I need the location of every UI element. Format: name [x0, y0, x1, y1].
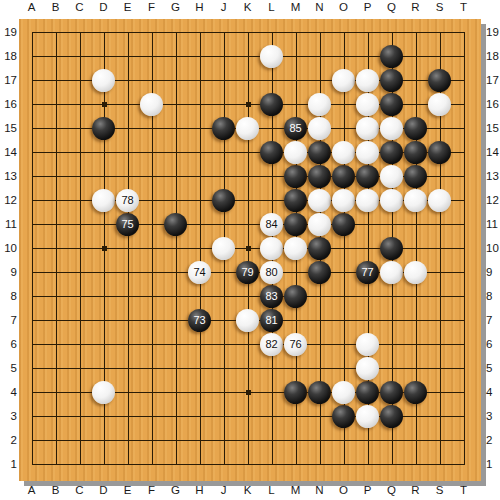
stone-black-Q17	[380, 69, 403, 92]
coord-label-left-10: 10	[1, 242, 17, 255]
coord-label-top-Q: Q	[382, 1, 402, 14]
stone-black-P13	[356, 165, 379, 188]
stone-black-M12	[284, 189, 307, 212]
stone-white-Q15	[380, 117, 403, 140]
coord-label-left-8: 8	[1, 290, 17, 303]
coord-label-bottom-P: P	[358, 484, 378, 497]
stone-black-R14	[404, 141, 427, 164]
stone-black-M15-move-85: 85	[284, 117, 307, 140]
stone-white-D12	[92, 189, 115, 212]
coord-label-right-10: 10	[486, 242, 500, 255]
coord-label-bottom-M: M	[286, 484, 306, 497]
stone-white-D4	[92, 381, 115, 404]
coord-label-top-R: R	[406, 1, 426, 14]
coord-label-right-14: 14	[486, 146, 500, 159]
coord-label-top-H: H	[190, 1, 210, 14]
coord-label-bottom-D: D	[94, 484, 114, 497]
coord-label-right-9: 9	[486, 266, 500, 279]
stone-black-Q14	[380, 141, 403, 164]
stone-black-L7-move-81: 81	[260, 309, 283, 332]
go-board[interactable]	[19, 19, 481, 481]
stone-white-K15	[236, 117, 259, 140]
coord-label-bottom-H: H	[190, 484, 210, 497]
stone-white-L9-move-80: 80	[260, 261, 283, 284]
coord-label-top-P: P	[358, 1, 378, 14]
coord-label-top-O: O	[334, 1, 354, 14]
coord-label-left-5: 5	[1, 362, 17, 375]
hoshi-K16	[246, 102, 251, 107]
coord-label-left-11: 11	[1, 218, 17, 231]
stone-black-S14	[428, 141, 451, 164]
stone-white-N15	[308, 117, 331, 140]
stone-black-M13	[284, 165, 307, 188]
stone-black-N10	[308, 237, 331, 260]
stone-black-O13	[332, 165, 355, 188]
coord-label-top-A: A	[22, 1, 42, 14]
stone-black-E11-move-75: 75	[116, 213, 139, 236]
stone-black-P9-move-77: 77	[356, 261, 379, 284]
coord-label-top-E: E	[118, 1, 138, 14]
stone-black-K9-move-79: 79	[236, 261, 259, 284]
stone-white-S16	[428, 93, 451, 116]
stone-black-N13	[308, 165, 331, 188]
go-game-screenshot: ABCDEFGHJKLMNOPQRST ABCDEFGHJKLMNOPQRST …	[0, 0, 500, 500]
coord-label-bottom-S: S	[430, 484, 450, 497]
coord-label-left-17: 17	[1, 74, 17, 87]
coord-label-right-12: 12	[486, 194, 500, 207]
coord-label-right-2: 2	[486, 434, 500, 447]
hoshi-K4	[246, 390, 251, 395]
stone-black-D15	[92, 117, 115, 140]
stone-black-N9	[308, 261, 331, 284]
stone-white-E12-move-78: 78	[116, 189, 139, 212]
coord-label-bottom-R: R	[406, 484, 426, 497]
coord-label-right-1: 1	[486, 458, 500, 471]
coord-label-left-3: 3	[1, 410, 17, 423]
coord-label-bottom-J: J	[214, 484, 234, 497]
stone-black-G11	[164, 213, 187, 236]
stone-white-P12	[356, 189, 379, 212]
coord-label-right-16: 16	[486, 98, 500, 111]
stone-white-P17	[356, 69, 379, 92]
coord-label-bottom-B: B	[46, 484, 66, 497]
stone-white-S12	[428, 189, 451, 212]
coord-label-left-9: 9	[1, 266, 17, 279]
stone-white-K7	[236, 309, 259, 332]
stone-white-P14	[356, 141, 379, 164]
coord-label-right-3: 3	[486, 410, 500, 423]
stone-white-P16	[356, 93, 379, 116]
coord-label-top-K: K	[238, 1, 258, 14]
stone-black-Q16	[380, 93, 403, 116]
coord-label-left-16: 16	[1, 98, 17, 111]
stone-white-Q9	[380, 261, 403, 284]
stone-white-Q13	[380, 165, 403, 188]
coord-label-left-6: 6	[1, 338, 17, 351]
coord-label-bottom-F: F	[142, 484, 162, 497]
coord-label-top-G: G	[166, 1, 186, 14]
coord-label-left-7: 7	[1, 314, 17, 327]
coord-label-right-6: 6	[486, 338, 500, 351]
stone-white-M6-move-76: 76	[284, 333, 307, 356]
stone-black-Q4	[380, 381, 403, 404]
hoshi-K10	[246, 246, 251, 251]
stone-white-F16	[140, 93, 163, 116]
coord-label-top-C: C	[70, 1, 90, 14]
stone-black-O11	[332, 213, 355, 236]
stone-black-O3	[332, 405, 355, 428]
coord-label-bottom-L: L	[262, 484, 282, 497]
stone-white-Q12	[380, 189, 403, 212]
stone-white-H9-move-74: 74	[188, 261, 211, 284]
coord-label-bottom-C: C	[70, 484, 90, 497]
stone-white-D17	[92, 69, 115, 92]
stone-white-R9	[404, 261, 427, 284]
coord-label-left-14: 14	[1, 146, 17, 159]
coord-label-bottom-Q: Q	[382, 484, 402, 497]
stone-black-N4	[308, 381, 331, 404]
coord-label-left-13: 13	[1, 170, 17, 183]
coord-label-left-4: 4	[1, 386, 17, 399]
coord-label-right-5: 5	[486, 362, 500, 375]
stone-black-Q3	[380, 405, 403, 428]
stone-black-M11	[284, 213, 307, 236]
hoshi-D10	[102, 246, 107, 251]
stone-white-P5	[356, 357, 379, 380]
stone-black-P4	[356, 381, 379, 404]
stone-white-O14	[332, 141, 355, 164]
coord-label-left-18: 18	[1, 50, 17, 63]
coord-label-bottom-T: T	[454, 484, 474, 497]
coord-label-top-M: M	[286, 1, 306, 14]
stone-white-O12	[332, 189, 355, 212]
stone-white-P3	[356, 405, 379, 428]
coord-label-right-15: 15	[486, 122, 500, 135]
stone-black-J15	[212, 117, 235, 140]
stone-black-L8-move-83: 83	[260, 285, 283, 308]
stone-white-O17	[332, 69, 355, 92]
stone-white-L10	[260, 237, 283, 260]
coord-label-right-17: 17	[486, 74, 500, 87]
stone-white-M10	[284, 237, 307, 260]
coord-label-right-11: 11	[486, 218, 500, 231]
coord-label-left-12: 12	[1, 194, 17, 207]
coord-label-bottom-A: A	[22, 484, 42, 497]
stone-black-R4	[404, 381, 427, 404]
coord-label-top-J: J	[214, 1, 234, 14]
stone-white-P6	[356, 333, 379, 356]
coord-label-top-F: F	[142, 1, 162, 14]
stone-black-R15	[404, 117, 427, 140]
stone-black-S17	[428, 69, 451, 92]
coord-label-top-D: D	[94, 1, 114, 14]
coord-label-top-S: S	[430, 1, 450, 14]
stone-white-M14	[284, 141, 307, 164]
coord-label-right-13: 13	[486, 170, 500, 183]
coord-label-left-15: 15	[1, 122, 17, 135]
stone-white-R12	[404, 189, 427, 212]
stone-black-L14	[260, 141, 283, 164]
stone-black-L16	[260, 93, 283, 116]
coord-label-left-19: 19	[1, 26, 17, 39]
coord-label-right-4: 4	[486, 386, 500, 399]
stone-white-O4	[332, 381, 355, 404]
coord-label-bottom-G: G	[166, 484, 186, 497]
coord-label-right-8: 8	[486, 290, 500, 303]
stone-black-R13	[404, 165, 427, 188]
coord-label-bottom-E: E	[118, 484, 138, 497]
coord-label-top-T: T	[454, 1, 474, 14]
coord-label-right-18: 18	[486, 50, 500, 63]
stone-white-N16	[308, 93, 331, 116]
stone-black-Q10	[380, 237, 403, 260]
stone-white-P15	[356, 117, 379, 140]
stone-black-M4	[284, 381, 307, 404]
stone-white-L18	[260, 45, 283, 68]
stone-black-M8	[284, 285, 307, 308]
stone-black-J12	[212, 189, 235, 212]
stone-black-H7-move-73: 73	[188, 309, 211, 332]
stone-white-N12	[308, 189, 331, 212]
coord-label-bottom-N: N	[310, 484, 330, 497]
coord-label-bottom-K: K	[238, 484, 258, 497]
coord-label-top-L: L	[262, 1, 282, 14]
coord-label-left-2: 2	[1, 434, 17, 447]
coord-label-top-B: B	[46, 1, 66, 14]
coord-label-bottom-O: O	[334, 484, 354, 497]
coord-label-top-N: N	[310, 1, 330, 14]
stone-white-L11-move-84: 84	[260, 213, 283, 236]
stone-black-N14	[308, 141, 331, 164]
coord-label-right-7: 7	[486, 314, 500, 327]
stone-white-J10	[212, 237, 235, 260]
stone-white-L6-move-82: 82	[260, 333, 283, 356]
stone-black-Q18	[380, 45, 403, 68]
coord-label-left-1: 1	[1, 458, 17, 471]
coord-label-right-19: 19	[486, 26, 500, 39]
stone-white-N11	[308, 213, 331, 236]
hoshi-D16	[102, 102, 107, 107]
